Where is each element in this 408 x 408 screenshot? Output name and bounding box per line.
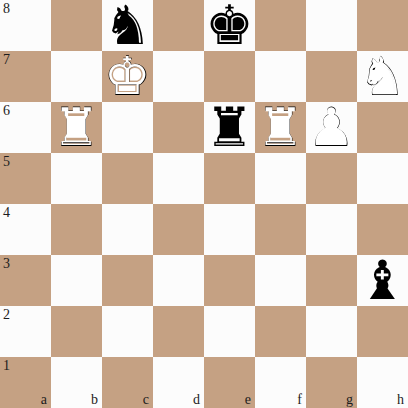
square-e5[interactable] — [204, 153, 255, 204]
square-a4[interactable]: 4 — [0, 204, 51, 255]
rank-label-2: 2 — [3, 308, 10, 322]
square-a6[interactable]: 6 — [0, 102, 51, 153]
file-label-c: c — [143, 393, 149, 407]
square-b7[interactable] — [51, 51, 102, 102]
white-rook[interactable]: ♜♖ — [255, 102, 306, 153]
square-e2[interactable] — [204, 306, 255, 357]
square-g6[interactable]: ♟♙ — [306, 102, 357, 153]
file-label-d: d — [193, 393, 200, 407]
black-rook[interactable]: ♜ — [204, 102, 255, 153]
rank-label-5: 5 — [3, 155, 10, 169]
black-piece-glyph: ♝ — [358, 255, 406, 306]
square-c5[interactable] — [102, 153, 153, 204]
square-h2[interactable] — [357, 306, 408, 357]
square-d3[interactable] — [153, 255, 204, 306]
square-d5[interactable] — [153, 153, 204, 204]
white-king[interactable]: ♚♔ — [102, 51, 153, 102]
file-label-b: b — [91, 393, 98, 407]
square-c8[interactable]: ♞ — [102, 0, 153, 51]
rank-label-4: 4 — [3, 206, 10, 220]
square-a3[interactable]: 3 — [0, 255, 51, 306]
square-h7[interactable]: ♞♘ — [357, 51, 408, 102]
black-piece-glyph: ♚ — [205, 0, 253, 51]
black-king[interactable]: ♚ — [204, 0, 255, 51]
square-h5[interactable] — [357, 153, 408, 204]
black-piece-glyph: ♞ — [103, 0, 151, 51]
square-g4[interactable] — [306, 204, 357, 255]
square-a8[interactable]: 8 — [0, 0, 51, 51]
square-c1[interactable]: c — [102, 357, 153, 408]
square-b1[interactable]: b — [51, 357, 102, 408]
square-b2[interactable] — [51, 306, 102, 357]
square-e3[interactable] — [204, 255, 255, 306]
white-piece-fill-glyph: ♚ — [104, 52, 150, 101]
square-a1[interactable]: 1a — [0, 357, 51, 408]
square-h3[interactable]: ♝ — [357, 255, 408, 306]
square-c3[interactable] — [102, 255, 153, 306]
square-g8[interactable] — [306, 0, 357, 51]
square-e1[interactable]: e — [204, 357, 255, 408]
square-d8[interactable] — [153, 0, 204, 51]
square-a2[interactable]: 2 — [0, 306, 51, 357]
square-a5[interactable]: 5 — [0, 153, 51, 204]
square-d4[interactable] — [153, 204, 204, 255]
square-e7[interactable] — [204, 51, 255, 102]
file-label-f: f — [297, 393, 302, 407]
black-bishop[interactable]: ♝ — [357, 255, 408, 306]
square-f2[interactable] — [255, 306, 306, 357]
square-f5[interactable] — [255, 153, 306, 204]
black-piece-glyph: ♜ — [205, 102, 253, 153]
square-b5[interactable] — [51, 153, 102, 204]
rank-label-7: 7 — [3, 53, 10, 67]
square-c2[interactable] — [102, 306, 153, 357]
square-g3[interactable] — [306, 255, 357, 306]
square-e4[interactable] — [204, 204, 255, 255]
file-label-g: g — [346, 393, 353, 407]
square-f3[interactable] — [255, 255, 306, 306]
square-h1[interactable]: h — [357, 357, 408, 408]
square-a7[interactable]: 7 — [0, 51, 51, 102]
square-c4[interactable] — [102, 204, 153, 255]
white-piece-fill-glyph: ♞ — [359, 52, 405, 101]
chessboard: 8♞♚7♚♔♞♘6♜♖♜♜♖♟♙543♝21abcdefgh — [0, 0, 408, 408]
square-d1[interactable]: d — [153, 357, 204, 408]
square-c7[interactable]: ♚♔ — [102, 51, 153, 102]
square-h6[interactable] — [357, 102, 408, 153]
white-piece-fill-glyph: ♜ — [257, 103, 303, 152]
white-knight[interactable]: ♞♘ — [357, 51, 408, 102]
square-f8[interactable] — [255, 0, 306, 51]
square-b4[interactable] — [51, 204, 102, 255]
square-d6[interactable] — [153, 102, 204, 153]
square-f1[interactable]: f — [255, 357, 306, 408]
white-rook[interactable]: ♜♖ — [51, 102, 102, 153]
rank-label-1: 1 — [3, 359, 10, 373]
white-pawn[interactable]: ♟♙ — [306, 102, 357, 153]
square-e8[interactable]: ♚ — [204, 0, 255, 51]
square-h8[interactable] — [357, 0, 408, 51]
file-label-e: e — [245, 393, 251, 407]
square-h4[interactable] — [357, 204, 408, 255]
square-g7[interactable] — [306, 51, 357, 102]
file-label-a: a — [41, 393, 47, 407]
file-label-h: h — [397, 393, 404, 407]
white-piece-fill-glyph: ♟ — [308, 103, 354, 152]
square-g5[interactable] — [306, 153, 357, 204]
black-knight[interactable]: ♞ — [102, 0, 153, 51]
rank-label-3: 3 — [3, 257, 10, 271]
rank-label-6: 6 — [3, 104, 10, 118]
square-f7[interactable] — [255, 51, 306, 102]
square-b3[interactable] — [51, 255, 102, 306]
square-d2[interactable] — [153, 306, 204, 357]
square-c6[interactable] — [102, 102, 153, 153]
rank-label-8: 8 — [3, 2, 10, 16]
square-f6[interactable]: ♜♖ — [255, 102, 306, 153]
white-piece-fill-glyph: ♜ — [53, 103, 99, 152]
square-e6[interactable]: ♜ — [204, 102, 255, 153]
square-g2[interactable] — [306, 306, 357, 357]
square-f4[interactable] — [255, 204, 306, 255]
square-d7[interactable] — [153, 51, 204, 102]
square-b6[interactable]: ♜♖ — [51, 102, 102, 153]
square-b8[interactable] — [51, 0, 102, 51]
square-g1[interactable]: g — [306, 357, 357, 408]
